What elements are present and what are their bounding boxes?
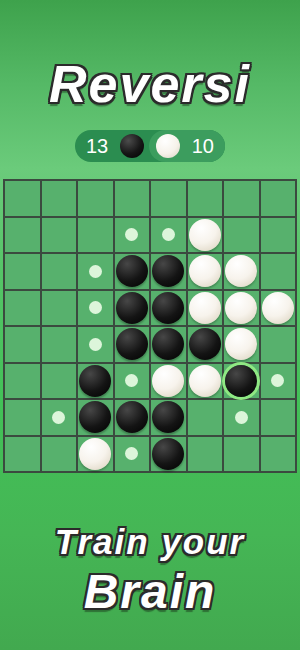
- black-disc: [152, 401, 184, 433]
- black-disc: [152, 292, 184, 324]
- board-cell[interactable]: [188, 181, 223, 216]
- board-cell[interactable]: [42, 364, 77, 399]
- move-hint-dot[interactable]: [89, 301, 102, 314]
- board-cell[interactable]: [5, 364, 40, 399]
- board-cell[interactable]: [261, 181, 296, 216]
- board-cell[interactable]: [115, 327, 150, 362]
- board-cell[interactable]: [188, 327, 223, 362]
- last-move-black-disc: [225, 365, 257, 397]
- white-score: 10: [192, 130, 214, 162]
- board-cell[interactable]: [188, 291, 223, 326]
- board-cell[interactable]: [78, 327, 113, 362]
- board-cell[interactable]: [188, 437, 223, 472]
- move-hint-dot[interactable]: [52, 411, 65, 424]
- board-cell[interactable]: [261, 400, 296, 435]
- board-cell[interactable]: [115, 437, 150, 472]
- board-cell[interactable]: [78, 254, 113, 289]
- black-disc: [79, 401, 111, 433]
- board-cell[interactable]: [5, 327, 40, 362]
- board-cell[interactable]: [5, 291, 40, 326]
- board-cell[interactable]: [115, 364, 150, 399]
- board-cell[interactable]: [42, 218, 77, 253]
- board-cell[interactable]: [224, 218, 259, 253]
- board-cell[interactable]: [42, 400, 77, 435]
- board-cell[interactable]: [78, 364, 113, 399]
- board-cell[interactable]: [78, 181, 113, 216]
- board-cell[interactable]: [42, 437, 77, 472]
- move-hint-dot[interactable]: [235, 411, 248, 424]
- black-score: 13: [86, 130, 108, 162]
- board-cell[interactable]: [261, 327, 296, 362]
- board-cell[interactable]: [151, 254, 186, 289]
- board-cell[interactable]: [188, 218, 223, 253]
- board-cell[interactable]: [5, 400, 40, 435]
- board-cell[interactable]: [78, 437, 113, 472]
- board-cell[interactable]: [5, 437, 40, 472]
- black-disc: [152, 438, 184, 470]
- board-cell[interactable]: [42, 181, 77, 216]
- app-title: Reversi: [0, 58, 300, 110]
- move-hint-dot[interactable]: [89, 338, 102, 351]
- white-disc: [262, 292, 294, 324]
- white-disc: [79, 438, 111, 470]
- black-disc-icon: [120, 134, 144, 158]
- board-cell[interactable]: [42, 327, 77, 362]
- board-cell[interactable]: [224, 254, 259, 289]
- scoreboard: 13 10: [75, 130, 225, 162]
- white-disc: [152, 365, 184, 397]
- white-disc: [225, 292, 257, 324]
- board-cell[interactable]: [224, 181, 259, 216]
- move-hint-dot[interactable]: [125, 447, 138, 460]
- board-cell[interactable]: [42, 291, 77, 326]
- white-disc: [225, 328, 257, 360]
- board-cell[interactable]: [224, 291, 259, 326]
- board-cell[interactable]: [261, 291, 296, 326]
- black-disc: [116, 292, 148, 324]
- board-cell[interactable]: [188, 400, 223, 435]
- white-disc: [189, 292, 221, 324]
- board-cell[interactable]: [151, 181, 186, 216]
- board-cell[interactable]: [151, 400, 186, 435]
- black-disc: [116, 401, 148, 433]
- tagline-line-2: Brain: [0, 568, 300, 616]
- board-cell[interactable]: [188, 254, 223, 289]
- board-cell[interactable]: [151, 218, 186, 253]
- board-cell[interactable]: [261, 218, 296, 253]
- move-hint-dot[interactable]: [271, 374, 284, 387]
- board-cell[interactable]: [115, 181, 150, 216]
- black-disc: [189, 328, 221, 360]
- board-cell[interactable]: [5, 254, 40, 289]
- board-cell[interactable]: [78, 291, 113, 326]
- board-cell[interactable]: [224, 364, 259, 399]
- game-board: [3, 179, 297, 473]
- black-disc: [116, 255, 148, 287]
- white-disc: [189, 255, 221, 287]
- board-cell[interactable]: [151, 364, 186, 399]
- black-disc: [152, 328, 184, 360]
- tagline-line-1: Train your: [0, 524, 300, 559]
- black-disc: [152, 255, 184, 287]
- board-cell[interactable]: [261, 254, 296, 289]
- move-hint-dot[interactable]: [162, 228, 175, 241]
- move-hint-dot[interactable]: [125, 374, 138, 387]
- board-cell[interactable]: [115, 254, 150, 289]
- white-disc: [225, 255, 257, 287]
- board-cell[interactable]: [42, 254, 77, 289]
- white-disc: [189, 365, 221, 397]
- board-cell[interactable]: [224, 437, 259, 472]
- move-hint-dot[interactable]: [125, 228, 138, 241]
- board-cell[interactable]: [261, 364, 296, 399]
- black-disc: [116, 328, 148, 360]
- board-cell[interactable]: [261, 437, 296, 472]
- move-hint-dot[interactable]: [89, 265, 102, 278]
- board-cell[interactable]: [78, 400, 113, 435]
- white-disc: [189, 219, 221, 251]
- board-cell[interactable]: [151, 291, 186, 326]
- white-disc-icon: [156, 134, 180, 158]
- app-store-screenshot: Reversi 13 10 Train your Brain: [0, 0, 300, 650]
- black-disc: [79, 365, 111, 397]
- board-cell[interactable]: [188, 364, 223, 399]
- board-cell[interactable]: [115, 291, 150, 326]
- board-cell[interactable]: [115, 218, 150, 253]
- board-cell[interactable]: [78, 218, 113, 253]
- board-cell[interactable]: [224, 327, 259, 362]
- board-cell[interactable]: [151, 327, 186, 362]
- board-cell[interactable]: [224, 400, 259, 435]
- board-cell[interactable]: [151, 437, 186, 472]
- board-cell[interactable]: [5, 218, 40, 253]
- board-cell[interactable]: [115, 400, 150, 435]
- board-cell[interactable]: [5, 181, 40, 216]
